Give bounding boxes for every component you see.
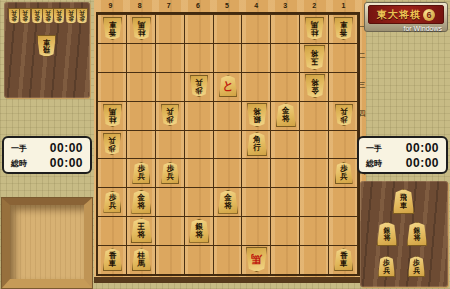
piece-95[interactable]: 歩兵	[103, 133, 121, 155]
file-label: 3	[271, 1, 300, 11]
piece-14[interactable]: 歩兵	[335, 104, 353, 126]
shogi-app-window: 987654321 一二三四五六七八九 香車桂馬桂馬香車玉将歩兵と金将桂馬歩兵銀…	[0, 0, 450, 289]
board-grid[interactable]: 香車桂馬桂馬香車玉将歩兵と金将桂馬歩兵銀将金将歩兵歩兵角行歩兵歩兵歩兵歩兵金将金…	[96, 12, 360, 276]
clock-time: 00:00	[406, 156, 439, 170]
file-label: 9	[96, 1, 125, 11]
piece-16[interactable]: 歩兵	[335, 162, 353, 184]
clock-row: 総時 00:00	[11, 156, 83, 170]
clock-row: 総時 00:00	[366, 156, 439, 170]
piece-captured[interactable]: 歩兵	[19, 8, 31, 24]
shogi-board: 987654321 一二三四五六七八九 香車桂馬桂馬香車玉将歩兵と金将桂馬歩兵銀…	[94, 0, 366, 283]
piece-81[interactable]: 桂馬	[132, 17, 151, 40]
piece-57[interactable]: 金将	[218, 190, 238, 214]
piece-76[interactable]: 歩兵	[161, 162, 179, 184]
piece-86[interactable]: 歩兵	[132, 162, 150, 184]
piece-87[interactable]: 金将	[131, 190, 151, 214]
piece-99[interactable]: 香車	[103, 248, 122, 271]
piece-captured[interactable]: 歩兵	[53, 8, 65, 24]
piece-23[interactable]: 金将	[305, 74, 325, 98]
piece-89[interactable]: 桂馬	[132, 248, 151, 271]
clock-time: 00:00	[50, 156, 83, 170]
file-labels: 987654321	[96, 1, 358, 11]
piece-captured[interactable]: 飛車	[37, 35, 56, 57]
piece-captured[interactable]: 歩兵	[8, 8, 20, 24]
piece-captured[interactable]: 歩兵	[65, 8, 77, 24]
piece-captured[interactable]: 飛車	[393, 189, 414, 214]
file-label: 7	[154, 1, 183, 11]
piece-captured[interactable]: 銀将	[377, 222, 397, 246]
sente-captured-stand[interactable]: 飛車銀将銀将歩兵歩兵	[360, 181, 448, 287]
piece-captured[interactable]: 歩兵	[378, 256, 395, 277]
clock-label: 一手	[11, 143, 27, 154]
piece-captured[interactable]: 歩兵	[31, 8, 43, 24]
clock-label: 一手	[366, 143, 382, 154]
logo-title: 東大将棋	[377, 8, 421, 22]
piece-45[interactable]: 角行	[247, 132, 267, 156]
piece-94[interactable]: 桂馬	[103, 104, 122, 127]
clock-time: 00:00	[50, 141, 83, 155]
clock-row: 一手 00:00	[366, 141, 439, 155]
piece-44[interactable]: 銀将	[247, 103, 267, 127]
gote-captured-stand[interactable]: 歩兵歩兵歩兵歩兵歩兵歩兵歩兵飛車	[4, 2, 90, 98]
piece-63[interactable]: 歩兵	[190, 75, 208, 97]
file-label: 5	[212, 1, 241, 11]
piece-74[interactable]: 歩兵	[161, 104, 179, 126]
file-label: 4	[242, 1, 271, 11]
piece-21[interactable]: 桂馬	[305, 17, 324, 40]
gote-clock: 一手 00:00 総時 00:00	[2, 136, 92, 174]
logo-version-badge: 6	[423, 9, 435, 21]
file-label: 6	[183, 1, 212, 11]
piece-88[interactable]: 王将	[131, 218, 152, 243]
piece-captured[interactable]: 歩兵	[42, 8, 54, 24]
clock-label: 総時	[366, 158, 382, 169]
logo-plate: 東大将棋 6	[368, 5, 444, 24]
piece-22[interactable]: 玉将	[304, 45, 325, 70]
piece-34[interactable]: 金将	[276, 103, 296, 127]
logo-subtitle: for Windows	[368, 24, 444, 33]
piece-68[interactable]: 銀将	[189, 219, 209, 243]
piece-53[interactable]: と	[219, 75, 237, 97]
clock-row: 一手 00:00	[11, 141, 83, 155]
file-label: 8	[125, 1, 154, 11]
piece-11[interactable]: 香車	[334, 17, 353, 40]
piece-captured[interactable]: 銀将	[407, 222, 427, 246]
piece-91[interactable]: 香車	[103, 17, 122, 40]
piece-97[interactable]: 歩兵	[103, 191, 121, 213]
sente-clock: 一手 00:00 総時 00:00	[357, 136, 448, 174]
file-label: 2	[300, 1, 329, 11]
piece-captured[interactable]: 歩兵	[76, 8, 88, 24]
empty-piece-box	[2, 198, 92, 288]
piece-49[interactable]: 馬	[246, 247, 267, 272]
clock-label: 総時	[11, 158, 27, 169]
app-logo: 東大将棋 6 for Windows	[364, 2, 448, 32]
piece-19[interactable]: 香車	[334, 248, 353, 271]
clock-time: 00:00	[406, 141, 439, 155]
piece-captured[interactable]: 歩兵	[408, 256, 425, 277]
file-label: 1	[329, 1, 358, 11]
